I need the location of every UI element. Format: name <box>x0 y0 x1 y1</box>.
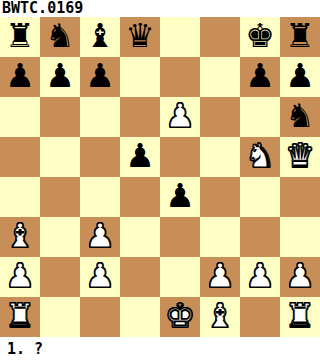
square-c5[interactable] <box>80 137 120 177</box>
square-h3[interactable] <box>280 217 320 257</box>
white-queen[interactable]: ♛ <box>285 137 315 176</box>
black-pawn[interactable]: ♟ <box>45 57 75 96</box>
square-g8[interactable]: ♚ <box>240 17 280 57</box>
square-b4[interactable] <box>40 177 80 217</box>
footer-bar: 1. ? <box>0 337 320 360</box>
white-bishop[interactable]: ♝ <box>5 217 35 256</box>
square-d8[interactable]: ♛ <box>120 17 160 57</box>
black-pawn[interactable]: ♟ <box>125 137 155 176</box>
square-b1[interactable] <box>40 297 80 337</box>
white-pawn[interactable]: ♟ <box>205 257 235 296</box>
square-d7[interactable] <box>120 57 160 97</box>
square-e7[interactable] <box>160 57 200 97</box>
square-e6[interactable]: ♟ <box>160 97 200 137</box>
white-rook[interactable]: ♜ <box>285 297 315 336</box>
move-prompt: 1. ? <box>0 340 43 358</box>
puzzle-title: BWTC.0169 <box>0 0 83 17</box>
square-h1[interactable]: ♜ <box>280 297 320 337</box>
square-e8[interactable] <box>160 17 200 57</box>
black-pawn[interactable]: ♟ <box>245 57 275 96</box>
square-e1[interactable]: ♚ <box>160 297 200 337</box>
white-bishop[interactable]: ♝ <box>205 297 235 336</box>
square-f1[interactable]: ♝ <box>200 297 240 337</box>
square-b3[interactable] <box>40 217 80 257</box>
black-pawn[interactable]: ♟ <box>165 177 195 216</box>
square-e4[interactable]: ♟ <box>160 177 200 217</box>
square-c6[interactable] <box>80 97 120 137</box>
white-pawn[interactable]: ♟ <box>5 257 35 296</box>
white-knight[interactable]: ♞ <box>245 137 275 176</box>
square-d4[interactable] <box>120 177 160 217</box>
black-knight[interactable]: ♞ <box>285 97 315 136</box>
square-d2[interactable] <box>120 257 160 297</box>
white-pawn[interactable]: ♟ <box>85 257 115 296</box>
black-bishop[interactable]: ♝ <box>85 17 115 56</box>
white-pawn[interactable]: ♟ <box>245 257 275 296</box>
square-g7[interactable]: ♟ <box>240 57 280 97</box>
square-h2[interactable]: ♟ <box>280 257 320 297</box>
square-b2[interactable] <box>40 257 80 297</box>
board: ♜♞♝♛♚♜♟♟♟♟♟♟♞♟♞♛♟♝♟♟♟♟♟♟♜♚♝♜ <box>0 17 320 337</box>
square-d5[interactable]: ♟ <box>120 137 160 177</box>
black-rook[interactable]: ♜ <box>5 17 35 56</box>
square-e2[interactable] <box>160 257 200 297</box>
square-f4[interactable] <box>200 177 240 217</box>
square-f7[interactable] <box>200 57 240 97</box>
square-a7[interactable]: ♟ <box>0 57 40 97</box>
square-c4[interactable] <box>80 177 120 217</box>
square-c7[interactable]: ♟ <box>80 57 120 97</box>
square-h7[interactable]: ♟ <box>280 57 320 97</box>
square-c1[interactable] <box>80 297 120 337</box>
black-queen[interactable]: ♛ <box>125 17 155 56</box>
square-c8[interactable]: ♝ <box>80 17 120 57</box>
square-g6[interactable] <box>240 97 280 137</box>
white-pawn[interactable]: ♟ <box>165 97 195 136</box>
square-c3[interactable]: ♟ <box>80 217 120 257</box>
square-a1[interactable]: ♜ <box>0 297 40 337</box>
square-h4[interactable] <box>280 177 320 217</box>
square-h5[interactable]: ♛ <box>280 137 320 177</box>
square-a8[interactable]: ♜ <box>0 17 40 57</box>
black-pawn[interactable]: ♟ <box>285 57 315 96</box>
square-f2[interactable]: ♟ <box>200 257 240 297</box>
black-pawn[interactable]: ♟ <box>85 57 115 96</box>
square-g5[interactable]: ♞ <box>240 137 280 177</box>
white-king[interactable]: ♚ <box>165 297 195 336</box>
black-rook[interactable]: ♜ <box>285 17 315 56</box>
square-a4[interactable] <box>0 177 40 217</box>
square-g3[interactable] <box>240 217 280 257</box>
square-f3[interactable] <box>200 217 240 257</box>
square-a2[interactable]: ♟ <box>0 257 40 297</box>
square-h6[interactable]: ♞ <box>280 97 320 137</box>
square-f8[interactable] <box>200 17 240 57</box>
white-pawn[interactable]: ♟ <box>85 217 115 256</box>
square-a3[interactable]: ♝ <box>0 217 40 257</box>
square-d6[interactable] <box>120 97 160 137</box>
square-e5[interactable] <box>160 137 200 177</box>
white-pawn[interactable]: ♟ <box>285 257 315 296</box>
square-a6[interactable] <box>0 97 40 137</box>
square-f5[interactable] <box>200 137 240 177</box>
square-a5[interactable] <box>0 137 40 177</box>
square-g2[interactable]: ♟ <box>240 257 280 297</box>
black-king[interactable]: ♚ <box>245 17 275 56</box>
square-f6[interactable] <box>200 97 240 137</box>
square-b6[interactable] <box>40 97 80 137</box>
black-knight[interactable]: ♞ <box>45 17 75 56</box>
square-b8[interactable]: ♞ <box>40 17 80 57</box>
square-d1[interactable] <box>120 297 160 337</box>
header-bar: BWTC.0169 <box>0 0 320 17</box>
square-b7[interactable]: ♟ <box>40 57 80 97</box>
square-b5[interactable] <box>40 137 80 177</box>
black-pawn[interactable]: ♟ <box>5 57 35 96</box>
square-g1[interactable] <box>240 297 280 337</box>
square-h8[interactable]: ♜ <box>280 17 320 57</box>
square-g4[interactable] <box>240 177 280 217</box>
square-e3[interactable] <box>160 217 200 257</box>
square-d3[interactable] <box>120 217 160 257</box>
white-rook[interactable]: ♜ <box>5 297 35 336</box>
square-c2[interactable]: ♟ <box>80 257 120 297</box>
